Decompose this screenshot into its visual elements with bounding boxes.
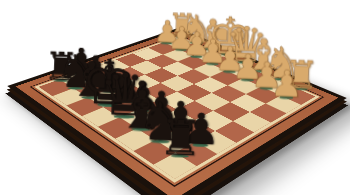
piece-white-pawn-a2: ♟ bbox=[256, 64, 318, 103]
chess-board: ♜♞♝♛♚♝♞♜♟♟♟♟♟♟♟♟♟♟♟♟♟♟♟♟♜♞♝♛♚♝♞♜ bbox=[7, 27, 347, 195]
chess-set-product-photo: ♜♞♝♛♚♝♞♜♟♟♟♟♟♟♟♟♟♟♟♟♟♟♟♟♜♞♝♛♚♝♞♜ bbox=[0, 0, 350, 195]
board-squares: ♜♞♝♛♚♝♞♜♟♟♟♟♟♟♟♟♟♟♟♟♟♟♟♟♜♞♝♛♚♝♞♜ bbox=[39, 37, 315, 179]
piece-black-rook-a8: ♜ bbox=[143, 112, 219, 163]
board-frame: ♜♞♝♛♚♝♞♜♟♟♟♟♟♟♟♟♟♟♟♟♟♟♟♟♜♞♝♛♚♝♞♜ bbox=[7, 27, 347, 195]
